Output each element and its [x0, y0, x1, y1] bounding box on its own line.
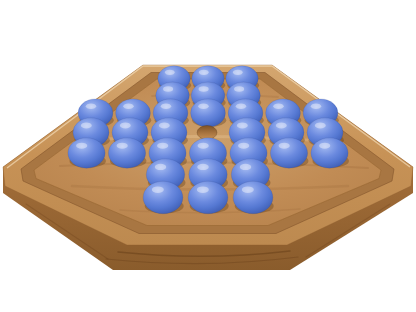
marble-highlight: [198, 103, 208, 109]
marble-highlight: [233, 70, 243, 75]
marble: [311, 138, 348, 168]
marble-highlight: [242, 186, 254, 193]
marble-highlight: [123, 103, 133, 109]
marble-highlight: [86, 103, 96, 109]
marble-highlight: [155, 164, 167, 170]
peg[interactable]: [108, 138, 145, 168]
marble: [233, 181, 273, 214]
marble-highlight: [120, 123, 131, 129]
marble-highlight: [76, 143, 87, 149]
marble-highlight: [157, 143, 168, 149]
peg[interactable]: [68, 138, 105, 168]
marble-highlight: [117, 143, 128, 149]
peg[interactable]: [233, 181, 273, 214]
peg[interactable]: [143, 181, 183, 214]
peg[interactable]: [270, 138, 307, 168]
marble-highlight: [234, 86, 244, 91]
empty-hole[interactable]: [197, 125, 217, 139]
marble-highlight: [273, 103, 283, 109]
marble-highlight: [315, 123, 326, 129]
peg[interactable]: [311, 138, 348, 168]
photo-stage: [0, 0, 416, 312]
marble-highlight: [237, 123, 248, 129]
marble: [68, 138, 105, 168]
marble-highlight: [197, 186, 209, 193]
marble-highlight: [311, 103, 321, 109]
marble-highlight: [236, 103, 246, 109]
marble-highlight: [81, 123, 92, 129]
marble-highlight: [152, 186, 164, 193]
marble-highlight: [276, 123, 287, 129]
marble-highlight: [319, 143, 330, 149]
marble-highlight: [161, 103, 171, 109]
marble-highlight: [240, 164, 252, 170]
marble-highlight: [238, 143, 249, 149]
marble-highlight: [159, 123, 170, 129]
peg[interactable]: [188, 181, 228, 214]
marble: [188, 181, 228, 214]
marble: [143, 181, 183, 214]
marble-highlight: [198, 143, 209, 149]
marble: [191, 99, 226, 127]
marble-highlight: [199, 86, 209, 91]
peg-solitaire-board-photo: [0, 0, 416, 312]
marble-highlight: [197, 164, 209, 170]
marble-highlight: [279, 143, 290, 149]
marble-highlight: [163, 86, 173, 91]
marble-highlight: [165, 70, 175, 75]
peg[interactable]: [191, 99, 226, 127]
marble: [108, 138, 145, 168]
marble-highlight: [199, 70, 209, 75]
marble: [270, 138, 307, 168]
